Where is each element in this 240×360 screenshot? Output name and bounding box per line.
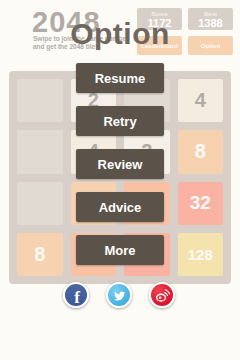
retry-button[interactable]: Retry [76, 106, 164, 136]
weibo-icon[interactable] [149, 282, 175, 308]
option-menu-title: Option [0, 19, 240, 49]
facebook-icon[interactable]: f [63, 282, 89, 308]
twitter-icon[interactable] [106, 282, 132, 308]
resume-button[interactable]: Resume [76, 63, 164, 93]
advice-button[interactable]: Advice [76, 192, 164, 222]
more-button[interactable]: More [76, 235, 164, 265]
game-screen: 2048 Swipe to join the same number and g… [0, 0, 240, 360]
review-button[interactable]: Review [76, 149, 164, 179]
